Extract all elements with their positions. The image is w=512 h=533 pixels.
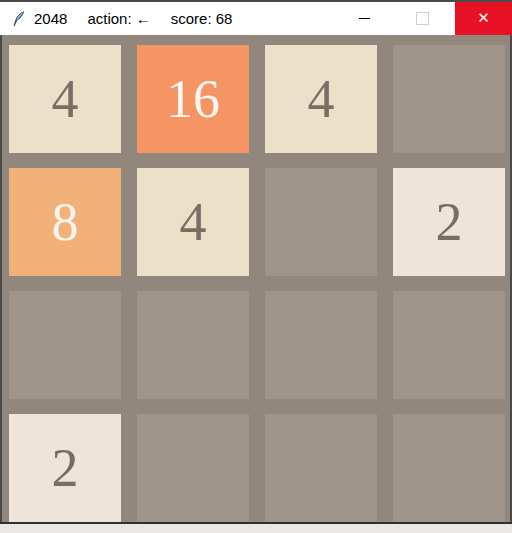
maximize-icon: [416, 12, 429, 25]
empty-cell-r2c3: [265, 168, 377, 276]
minimize-icon: [359, 18, 370, 19]
empty-cell-r4c3: [265, 414, 377, 522]
tile-4-r2c2: 4: [137, 168, 249, 276]
desktop-strip: [0, 524, 512, 533]
empty-cell-r4c2: [137, 414, 249, 522]
empty-cell-r3c3: [265, 291, 377, 399]
tile-2-r4c1: 2: [9, 414, 121, 522]
empty-cell-r3c2: [137, 291, 249, 399]
tile-4-r1c3: 4: [265, 45, 377, 153]
maximize-button[interactable]: [393, 2, 451, 35]
tile-2-r2c4: 2: [393, 168, 505, 276]
close-icon: ✕: [477, 11, 490, 26]
empty-cell-r3c4: [393, 291, 505, 399]
empty-cell-r4c4: [393, 414, 505, 522]
tile-4-r1c1: 4: [9, 45, 121, 153]
app-window: 2048 action: ← score: 68 ✕ 41648422: [0, 0, 512, 533]
tile-16-r1c2: 16: [137, 45, 249, 153]
titlebar[interactable]: 2048 action: ← score: 68 ✕: [0, 2, 512, 35]
window-controls: ✕: [335, 2, 512, 35]
close-button[interactable]: ✕: [455, 2, 512, 35]
score-label: score: 68: [171, 10, 233, 27]
empty-cell-r1c4: [393, 45, 505, 153]
window-title: 2048: [34, 10, 67, 27]
tk-feather-icon[interactable]: [11, 11, 27, 27]
action-label: action: ←: [87, 10, 150, 27]
empty-cell-r3c1: [9, 291, 121, 399]
board-grid[interactable]: 41648422: [0, 35, 512, 522]
minimize-button[interactable]: [335, 2, 393, 35]
tile-8-r2c1: 8: [9, 168, 121, 276]
